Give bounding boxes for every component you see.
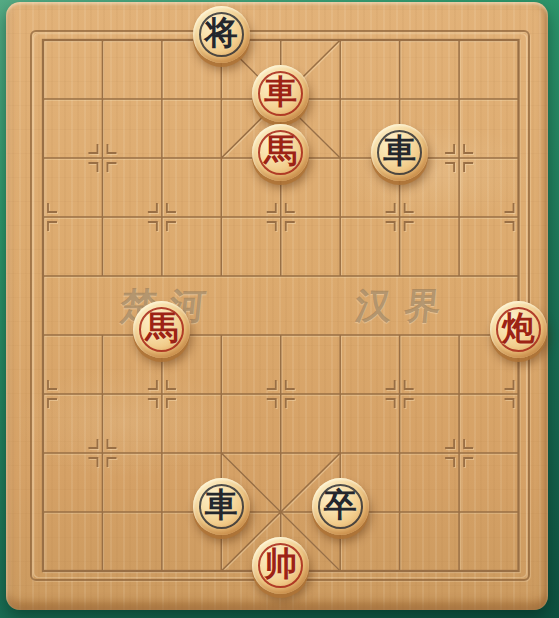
red-chariot[interactable]: 車	[252, 65, 309, 122]
xiangqi-screen: 楚河 汉界 将車馬車馬炮車卒帅	[0, 0, 559, 618]
black-general[interactable]: 将	[193, 6, 250, 63]
piece-glyph: 車	[252, 65, 309, 122]
piece-glyph: 帅	[252, 537, 309, 594]
piece-layer: 将車馬車馬炮車卒帅	[0, 0, 559, 618]
piece-glyph: 馬	[252, 124, 309, 181]
black-chariot-1[interactable]: 車	[371, 124, 428, 181]
red-horse-1[interactable]: 馬	[252, 124, 309, 181]
piece-glyph: 車	[371, 124, 428, 181]
piece-glyph: 将	[193, 6, 250, 63]
piece-glyph: 馬	[133, 301, 190, 358]
piece-glyph: 車	[193, 478, 250, 535]
piece-glyph: 卒	[312, 478, 369, 535]
piece-glyph: 炮	[490, 301, 547, 358]
red-cannon[interactable]: 炮	[490, 301, 547, 358]
black-soldier[interactable]: 卒	[312, 478, 369, 535]
red-horse-2[interactable]: 馬	[133, 301, 190, 358]
black-chariot-2[interactable]: 車	[193, 478, 250, 535]
red-general[interactable]: 帅	[252, 537, 309, 594]
